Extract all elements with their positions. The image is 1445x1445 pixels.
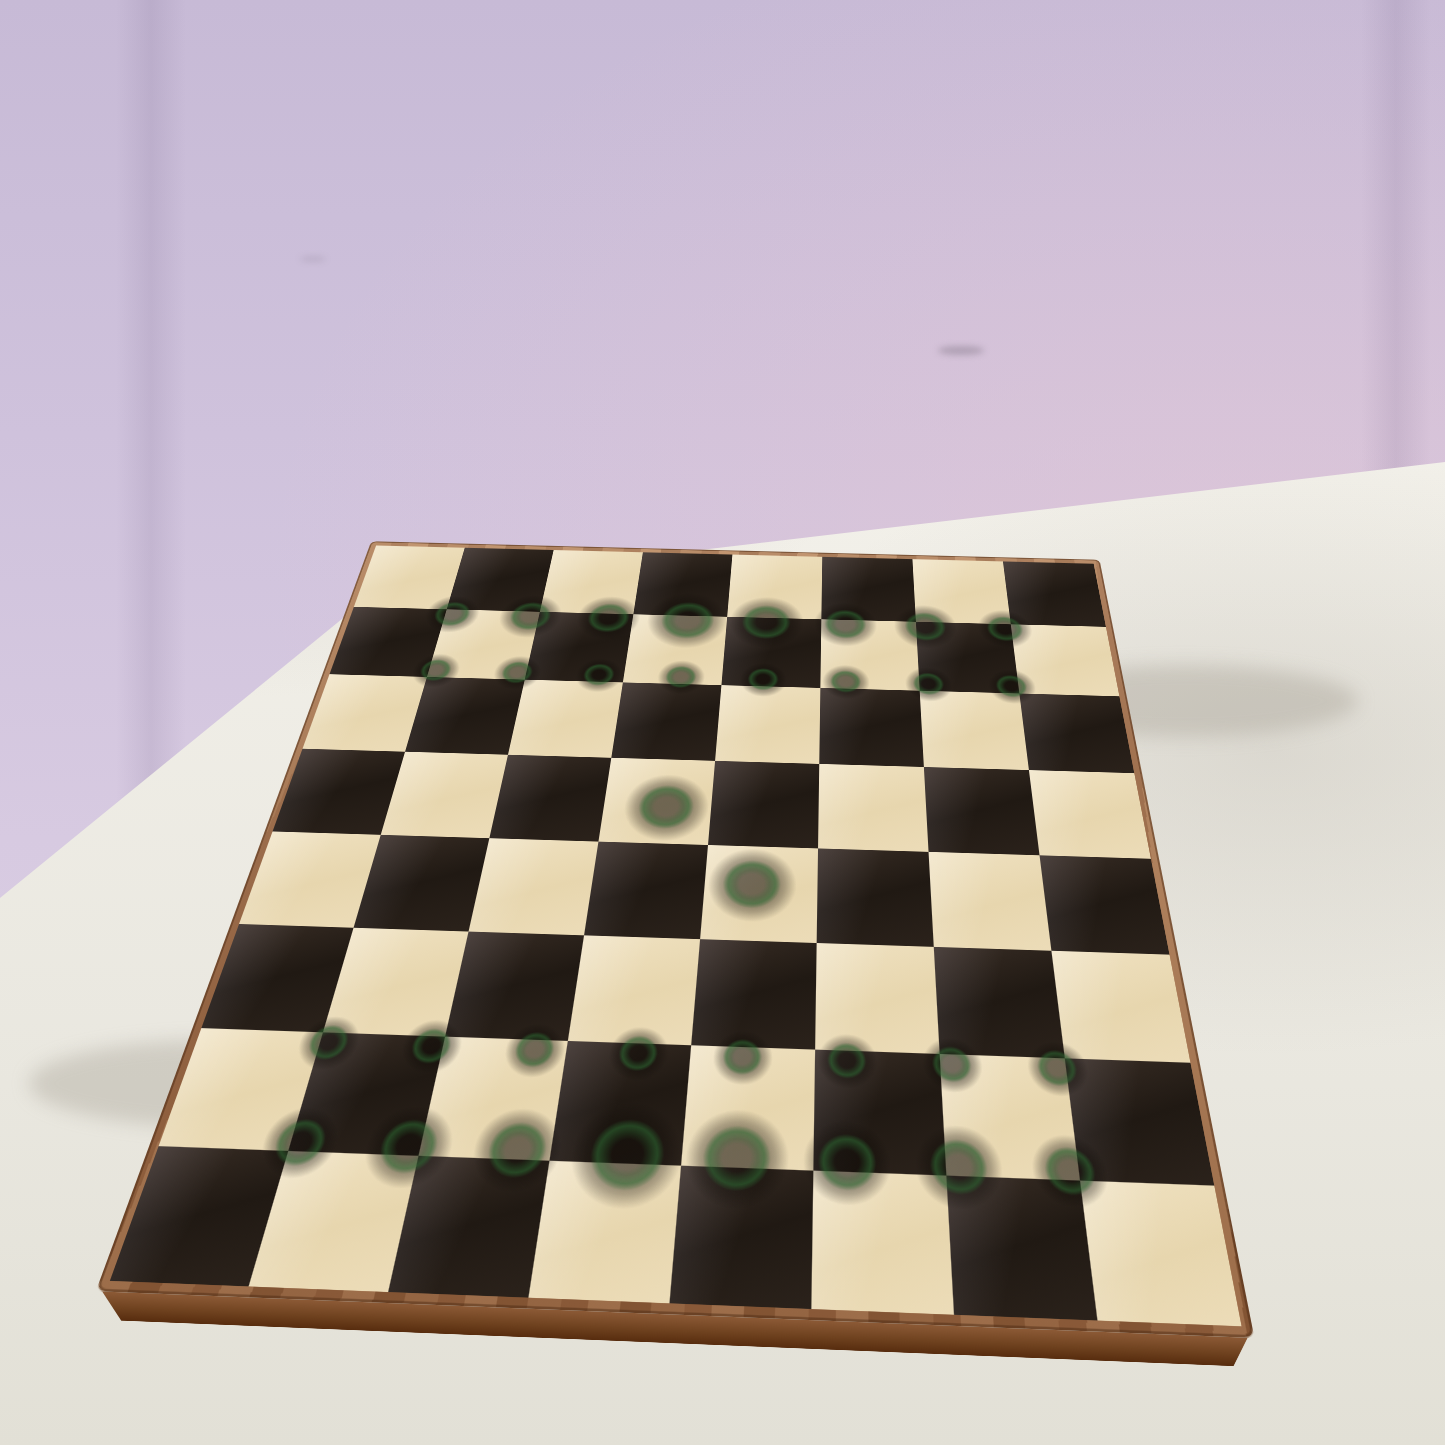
square-f4: [489, 755, 611, 842]
square-b1: [912, 559, 1010, 624]
square-g3: [405, 677, 525, 755]
chess-set-photo: ♜♜♞♞♝♝♚♚♛♛♝♝♞♞♜♜♟♟♟♟♟♟♟♟♟♟♟♟♟♟♟♟♛♛♛♛♟♟♟♟…: [0, 0, 1445, 1445]
square-f1: [540, 550, 643, 614]
square-b4: [924, 767, 1040, 855]
chess-board: ♜♜♞♞♝♝♚♚♛♛♝♝♞♞♜♜♟♟♟♟♟♟♟♟♟♟♟♟♟♟♟♟♛♛♛♛♟♟♟♟…: [96, 541, 1255, 1338]
square-e2: [623, 615, 727, 686]
piece-reflection: ♜: [937, 1073, 1202, 1178]
square-b3: [920, 691, 1029, 770]
square-a2: [1011, 625, 1120, 697]
piece-reflection: ♛: [639, 768, 864, 890]
square-c2: [820, 620, 919, 691]
square-a1: [1003, 562, 1106, 627]
square-b2: [916, 622, 1019, 694]
square-c1: [821, 557, 916, 622]
square-d1: [727, 555, 822, 620]
square-f2: [525, 612, 634, 683]
square-d2: [721, 617, 821, 688]
perspective-space: ♜♜♞♞♝♝♚♚♛♛♝♝♞♞♜♜♟♟♟♟♟♟♟♟♟♟♟♟♟♟♟♟♛♛♛♛♟♟♟♟…: [0, 0, 1445, 1445]
square-f3: [508, 680, 623, 758]
square-g1: [447, 548, 554, 612]
square-e1: [633, 553, 732, 617]
square-g2: [427, 610, 540, 680]
square-a3: [1019, 694, 1134, 774]
